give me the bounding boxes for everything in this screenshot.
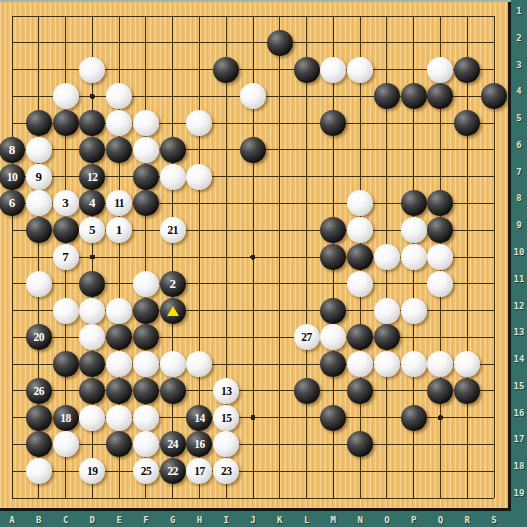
- stone-black-L3: [294, 57, 320, 83]
- stone-black-D6: [79, 137, 105, 163]
- stone-black-P16: [401, 405, 427, 431]
- move-number-label: 1: [106, 217, 132, 243]
- stone-white-D18: 19: [79, 458, 105, 484]
- col-label-A: A: [4, 514, 20, 526]
- stone-white-D16: [79, 405, 105, 431]
- stone-white-F11: [133, 271, 159, 297]
- row-label-11: 11: [511, 273, 527, 285]
- row-label-8: 8: [511, 192, 527, 204]
- stone-black-C5: [53, 110, 79, 136]
- stone-white-I15: 13: [213, 378, 239, 404]
- go-game-viewer: 8109126341151217220272613181415241619252…: [0, 0, 527, 527]
- stone-white-G9: 21: [160, 217, 186, 243]
- col-label-O: O: [379, 514, 395, 526]
- stone-white-D12: [79, 298, 105, 324]
- stone-white-O14: [374, 351, 400, 377]
- col-label-K: K: [272, 514, 288, 526]
- move-number-label: 3: [53, 190, 79, 216]
- stone-white-C8: 3: [53, 190, 79, 216]
- stone-black-H17: 16: [186, 431, 212, 457]
- stone-black-N10: [347, 244, 373, 270]
- move-number-label: 20: [26, 324, 52, 350]
- stone-black-M16: [320, 405, 346, 431]
- triangle-marker: [167, 306, 179, 316]
- move-number-label: 22: [160, 458, 186, 484]
- stone-white-C4: [53, 83, 79, 109]
- stone-white-E8: 11: [106, 190, 132, 216]
- stone-black-A7: 10: [0, 164, 25, 190]
- stone-black-C14: [53, 351, 79, 377]
- stone-black-K2: [267, 30, 293, 56]
- col-label-Q: Q: [432, 514, 448, 526]
- move-number-label: 14: [186, 405, 212, 431]
- stone-black-N15: [347, 378, 373, 404]
- stone-white-B8: [26, 190, 52, 216]
- stone-white-C12: [53, 298, 79, 324]
- stone-black-A6: 8: [0, 137, 25, 163]
- stone-white-E12: [106, 298, 132, 324]
- col-label-B: B: [31, 514, 47, 526]
- row-label-12: 12: [511, 300, 527, 312]
- col-label-M: M: [325, 514, 341, 526]
- col-label-C: C: [58, 514, 74, 526]
- stone-black-H16: 14: [186, 405, 212, 431]
- stone-black-F15: [133, 378, 159, 404]
- stone-white-C17: [53, 431, 79, 457]
- stone-black-D11: [79, 271, 105, 297]
- stone-black-O13: [374, 324, 400, 350]
- star-point-D4: [90, 94, 95, 99]
- stone-black-F7: [133, 164, 159, 190]
- stone-white-F5: [133, 110, 159, 136]
- move-number-label: 12: [79, 164, 105, 190]
- stone-white-P9: [401, 217, 427, 243]
- stone-black-B16: [26, 405, 52, 431]
- stone-white-O10: [374, 244, 400, 270]
- stone-black-J6: [240, 137, 266, 163]
- stone-black-A8: 6: [0, 190, 25, 216]
- stone-white-H7: [186, 164, 212, 190]
- move-number-label: 21: [160, 217, 186, 243]
- row-label-strip: 12345678910111213141516171819: [511, 0, 527, 527]
- stone-white-G7: [160, 164, 186, 190]
- row-label-1: 1: [511, 5, 527, 17]
- move-number-label: 25: [133, 458, 159, 484]
- stone-black-G17: 24: [160, 431, 186, 457]
- col-label-F: F: [138, 514, 154, 526]
- stone-white-L13: 27: [294, 324, 320, 350]
- move-number-label: 16: [186, 431, 212, 457]
- row-label-15: 15: [511, 380, 527, 392]
- col-label-P: P: [406, 514, 422, 526]
- move-number-label: 6: [0, 190, 25, 216]
- move-number-label: 8: [0, 137, 25, 163]
- move-number-label: 19: [79, 458, 105, 484]
- stone-white-Q11: [427, 271, 453, 297]
- stone-white-P12: [401, 298, 427, 324]
- stone-black-G6: [160, 137, 186, 163]
- stone-black-R15: [454, 378, 480, 404]
- stone-white-B11: [26, 271, 52, 297]
- move-number-label: 9: [26, 164, 52, 190]
- stone-white-P10: [401, 244, 427, 270]
- row-label-16: 16: [511, 407, 527, 419]
- move-number-label: 24: [160, 431, 186, 457]
- stone-white-M3: [320, 57, 346, 83]
- move-number-label: 5: [79, 217, 105, 243]
- stone-black-B9: [26, 217, 52, 243]
- stone-white-D9: 5: [79, 217, 105, 243]
- row-label-14: 14: [511, 353, 527, 365]
- stone-black-M12: [320, 298, 346, 324]
- stone-white-E14: [106, 351, 132, 377]
- col-label-R: R: [459, 514, 475, 526]
- stone-white-B6: [26, 137, 52, 163]
- star-point-D10: [90, 254, 95, 259]
- stone-black-O4: [374, 83, 400, 109]
- row-label-7: 7: [511, 166, 527, 178]
- col-label-J: J: [245, 514, 261, 526]
- col-label-H: H: [191, 514, 207, 526]
- move-number-label: 23: [213, 458, 239, 484]
- col-label-I: I: [218, 514, 234, 526]
- move-number-label: 11: [106, 190, 132, 216]
- move-number-label: 15: [213, 405, 239, 431]
- row-label-17: 17: [511, 433, 527, 445]
- stone-white-N11: [347, 271, 373, 297]
- stone-white-E9: 1: [106, 217, 132, 243]
- stone-black-C16: 18: [53, 405, 79, 431]
- row-label-6: 6: [511, 139, 527, 151]
- stone-white-F6: [133, 137, 159, 163]
- stone-black-G11: 2: [160, 271, 186, 297]
- star-point-Q16: [438, 415, 443, 420]
- stone-white-P14: [401, 351, 427, 377]
- stone-white-B18: [26, 458, 52, 484]
- row-label-13: 13: [511, 326, 527, 338]
- stone-black-F12: [133, 298, 159, 324]
- board-top-edge: [0, 0, 511, 2]
- row-label-18: 18: [511, 460, 527, 472]
- move-number-label: 17: [186, 458, 212, 484]
- col-label-L: L: [299, 514, 315, 526]
- move-number-label: 18: [53, 405, 79, 431]
- move-number-label: 2: [160, 271, 186, 297]
- stone-white-N14: [347, 351, 373, 377]
- star-point-J16: [250, 415, 255, 420]
- row-label-19: 19: [511, 487, 527, 499]
- stone-white-H18: 17: [186, 458, 212, 484]
- stone-white-B7: 9: [26, 164, 52, 190]
- stone-black-D8: 4: [79, 190, 105, 216]
- stone-white-Q3: [427, 57, 453, 83]
- col-label-G: G: [165, 514, 181, 526]
- row-label-3: 3: [511, 59, 527, 71]
- stone-black-D7: 12: [79, 164, 105, 190]
- move-number-label: 4: [79, 190, 105, 216]
- stone-white-I18: 23: [213, 458, 239, 484]
- stone-white-F18: 25: [133, 458, 159, 484]
- stone-black-C9: [53, 217, 79, 243]
- row-label-10: 10: [511, 246, 527, 258]
- go-board[interactable]: 8109126341151217220272613181415241619252…: [0, 0, 508, 508]
- stone-black-B17: [26, 431, 52, 457]
- stone-white-E16: [106, 405, 132, 431]
- column-label-strip: ABCDEFGHIJKLMNOPQRS: [0, 511, 527, 527]
- stone-black-G18: 22: [160, 458, 186, 484]
- stone-white-I16: 15: [213, 405, 239, 431]
- stone-black-B5: [26, 110, 52, 136]
- stone-white-F14: [133, 351, 159, 377]
- stone-white-G14: [160, 351, 186, 377]
- stone-black-P8: [401, 190, 427, 216]
- col-label-N: N: [352, 514, 368, 526]
- move-number-label: 26: [26, 378, 52, 404]
- stone-black-B15: 26: [26, 378, 52, 404]
- stone-white-O12: [374, 298, 400, 324]
- row-label-4: 4: [511, 85, 527, 97]
- stone-black-G12: [160, 298, 186, 324]
- star-point-J10: [250, 254, 255, 259]
- col-label-D: D: [84, 514, 100, 526]
- stone-black-E6: [106, 137, 132, 163]
- stone-white-F16: [133, 405, 159, 431]
- stone-black-F13: [133, 324, 159, 350]
- row-label-9: 9: [511, 219, 527, 231]
- move-number-label: 10: [0, 164, 25, 190]
- col-label-E: E: [111, 514, 127, 526]
- move-number-label: 27: [294, 324, 320, 350]
- row-label-2: 2: [511, 32, 527, 44]
- stone-white-D3: [79, 57, 105, 83]
- stone-black-L15: [294, 378, 320, 404]
- col-label-S: S: [486, 514, 502, 526]
- stone-white-E5: [106, 110, 132, 136]
- stone-black-E15: [106, 378, 132, 404]
- stone-black-R3: [454, 57, 480, 83]
- stone-black-B13: 20: [26, 324, 52, 350]
- stone-black-P4: [401, 83, 427, 109]
- move-number-label: 7: [53, 244, 79, 270]
- stone-black-G15: [160, 378, 186, 404]
- stone-black-D15: [79, 378, 105, 404]
- stone-black-I3: [213, 57, 239, 83]
- move-number-label: 13: [213, 378, 239, 404]
- row-label-5: 5: [511, 112, 527, 124]
- stone-white-N3: [347, 57, 373, 83]
- stone-white-C10: 7: [53, 244, 79, 270]
